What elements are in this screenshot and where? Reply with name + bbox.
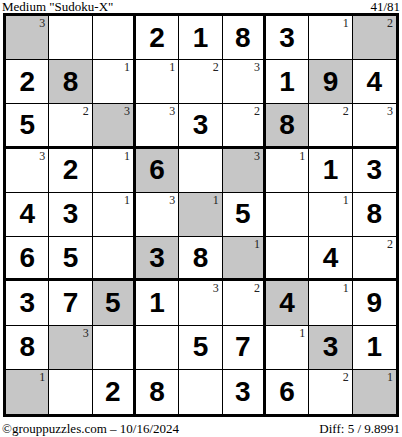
cell-r1c5[interactable]: 1 bbox=[179, 16, 222, 60]
cell-r7c5[interactable]: 3 bbox=[179, 281, 222, 325]
cell-r2c7[interactable]: 1 bbox=[266, 60, 309, 104]
pencil-mark: 2 bbox=[254, 105, 260, 117]
pencil-mark: 1 bbox=[343, 17, 349, 29]
given-digit: 1 bbox=[279, 68, 295, 96]
given-digit: 1 bbox=[323, 156, 339, 184]
given-digit: 5 bbox=[105, 289, 121, 317]
pencil-mark: 1 bbox=[39, 371, 45, 383]
given-digit: 3 bbox=[235, 378, 251, 406]
cell-r6c4[interactable]: 3 bbox=[136, 237, 179, 281]
given-digit: 5 bbox=[19, 111, 35, 139]
given-digit: 3 bbox=[149, 244, 165, 272]
given-digit: 3 bbox=[323, 333, 339, 361]
cell-r9c3[interactable]: 2 bbox=[93, 370, 136, 414]
pencil-mark: 3 bbox=[39, 17, 45, 29]
cell-r7c7[interactable]: 4 bbox=[266, 281, 309, 325]
pencil-mark: 1 bbox=[343, 194, 349, 206]
cell-r8c5[interactable]: 5 bbox=[179, 326, 222, 370]
pencil-mark: 1 bbox=[299, 150, 305, 162]
cell-r7c9[interactable]: 9 bbox=[353, 281, 396, 325]
cell-r3c3[interactable]: 3 bbox=[93, 104, 136, 148]
cell-r7c2[interactable]: 7 bbox=[49, 281, 92, 325]
cell-r9c8[interactable]: 2 bbox=[309, 370, 352, 414]
cell-r9c5[interactable] bbox=[179, 370, 222, 414]
cell-r3c9[interactable]: 3 bbox=[353, 104, 396, 148]
given-digit: 8 bbox=[63, 68, 79, 96]
pencil-mark: 2 bbox=[387, 238, 393, 250]
given-digit: 3 bbox=[367, 156, 383, 184]
cell-r9c6[interactable]: 3 bbox=[223, 370, 266, 414]
cell-r5c7[interactable] bbox=[266, 193, 309, 237]
given-digit: 5 bbox=[63, 244, 79, 272]
cell-r5c8[interactable]: 1 bbox=[309, 193, 352, 237]
cell-r6c1[interactable]: 6 bbox=[6, 237, 49, 281]
cell-r6c6[interactable]: 1 bbox=[223, 237, 266, 281]
given-digit: 4 bbox=[367, 68, 383, 96]
given-digit: 3 bbox=[63, 200, 79, 228]
cell-r9c1[interactable]: 1 bbox=[6, 370, 49, 414]
cell-r1c2[interactable] bbox=[49, 16, 92, 60]
cell-r3c5[interactable]: 3 bbox=[179, 104, 222, 148]
given-digit: 7 bbox=[63, 289, 79, 317]
cell-r1c7[interactable]: 3 bbox=[266, 16, 309, 60]
pencil-mark: 1 bbox=[343, 282, 349, 294]
pencil-mark: 1 bbox=[169, 61, 175, 73]
cell-r1c6[interactable]: 8 bbox=[223, 16, 266, 60]
cell-r2c8[interactable]: 9 bbox=[309, 60, 352, 104]
pencil-mark: 3 bbox=[39, 150, 45, 162]
difficulty-rating: Diff: 5 / 9.8991 bbox=[319, 421, 400, 436]
given-digit: 1 bbox=[367, 333, 383, 361]
pencil-mark: 1 bbox=[254, 238, 260, 250]
cell-r9c7[interactable]: 6 bbox=[266, 370, 309, 414]
cell-r1c8[interactable]: 1 bbox=[309, 16, 352, 60]
cell-r2c2[interactable]: 8 bbox=[49, 60, 92, 104]
given-digit: 3 bbox=[279, 24, 295, 52]
cell-r4c2[interactable]: 2 bbox=[49, 149, 92, 193]
cell-r3c2[interactable]: 2 bbox=[49, 104, 92, 148]
given-digit: 4 bbox=[323, 244, 339, 272]
cell-r6c8[interactable]: 4 bbox=[309, 237, 352, 281]
cell-r4c8[interactable]: 1 bbox=[309, 149, 352, 193]
sudoku-board: 3218312281123194523332823321631134313151… bbox=[3, 13, 399, 417]
cell-r5c1[interactable]: 4 bbox=[6, 193, 49, 237]
copyright-date: ©grouppuzzles.com – 10/16/2024 bbox=[2, 421, 179, 436]
cell-r4c1[interactable]: 3 bbox=[6, 149, 49, 193]
cell-r2c1[interactable]: 2 bbox=[6, 60, 49, 104]
given-digit: 2 bbox=[105, 378, 121, 406]
cell-r2c6[interactable]: 3 bbox=[223, 60, 266, 104]
cell-r5c9[interactable]: 8 bbox=[353, 193, 396, 237]
given-digit: 9 bbox=[367, 289, 383, 317]
cell-r9c4[interactable]: 8 bbox=[136, 370, 179, 414]
cell-r7c1[interactable]: 3 bbox=[6, 281, 49, 325]
given-digit: 6 bbox=[279, 378, 295, 406]
pencil-mark: 1 bbox=[124, 61, 130, 73]
pencil-mark: 3 bbox=[83, 327, 89, 339]
given-digit: 8 bbox=[279, 111, 295, 139]
pencil-mark: 2 bbox=[83, 105, 89, 117]
cell-r3c7[interactable]: 8 bbox=[266, 104, 309, 148]
cell-r5c5[interactable]: 1 bbox=[179, 193, 222, 237]
cell-r3c6[interactable]: 2 bbox=[223, 104, 266, 148]
given-digit: 6 bbox=[149, 156, 165, 184]
cell-r4c6[interactable]: 3 bbox=[223, 149, 266, 193]
cell-r6c5[interactable]: 8 bbox=[179, 237, 222, 281]
given-digit: 4 bbox=[279, 289, 295, 317]
cell-r8c9[interactable]: 1 bbox=[353, 326, 396, 370]
pencil-mark: 1 bbox=[299, 327, 305, 339]
header: Medium "Sudoku-X" 41/81 bbox=[0, 0, 402, 13]
cell-r4c4[interactable]: 6 bbox=[136, 149, 179, 193]
cell-r8c1[interactable]: 8 bbox=[6, 326, 49, 370]
cell-r6c3[interactable] bbox=[93, 237, 136, 281]
cell-r1c9[interactable]: 2 bbox=[353, 16, 396, 60]
given-digit: 3 bbox=[19, 289, 35, 317]
given-digit: 5 bbox=[193, 333, 209, 361]
puzzle-page: Medium "Sudoku-X" 41/81 3218312281123194… bbox=[0, 0, 402, 437]
pencil-mark: 2 bbox=[343, 105, 349, 117]
cell-r8c7[interactable]: 1 bbox=[266, 326, 309, 370]
cell-r8c3[interactable] bbox=[93, 326, 136, 370]
given-digit: 8 bbox=[235, 24, 251, 52]
cell-r2c5[interactable]: 2 bbox=[179, 60, 222, 104]
cell-r2c4[interactable]: 1 bbox=[136, 60, 179, 104]
cell-r6c2[interactable]: 5 bbox=[49, 237, 92, 281]
page-title: Medium "Sudoku-X" bbox=[2, 0, 113, 13]
cell-r7c3[interactable]: 5 bbox=[93, 281, 136, 325]
cell-r3c4[interactable]: 3 bbox=[136, 104, 179, 148]
cell-r5c2[interactable]: 3 bbox=[49, 193, 92, 237]
cell-r8c8[interactable]: 3 bbox=[309, 326, 352, 370]
given-digit: 8 bbox=[149, 378, 165, 406]
pencil-mark: 3 bbox=[213, 282, 219, 294]
pencil-mark: 2 bbox=[343, 371, 349, 383]
pencil-mark: 2 bbox=[213, 61, 219, 73]
given-digit: 8 bbox=[19, 333, 35, 361]
cell-r9c9[interactable]: 1 bbox=[353, 370, 396, 414]
given-digit: 8 bbox=[367, 200, 383, 228]
pencil-mark: 3 bbox=[387, 105, 393, 117]
cell-r7c8[interactable]: 1 bbox=[309, 281, 352, 325]
pencil-mark: 3 bbox=[169, 194, 175, 206]
cell-r4c9[interactable]: 3 bbox=[353, 149, 396, 193]
cell-r4c7[interactable]: 1 bbox=[266, 149, 309, 193]
given-digit: 7 bbox=[235, 333, 251, 361]
cell-r3c1[interactable]: 5 bbox=[6, 104, 49, 148]
given-digit: 2 bbox=[149, 24, 165, 52]
cell-r2c9[interactable]: 4 bbox=[353, 60, 396, 104]
cell-r6c7[interactable] bbox=[266, 237, 309, 281]
given-digit: 2 bbox=[19, 68, 35, 96]
cell-r8c6[interactable]: 7 bbox=[223, 326, 266, 370]
pencil-mark: 1 bbox=[124, 150, 130, 162]
given-digit: 8 bbox=[193, 244, 209, 272]
cell-r4c5[interactable] bbox=[179, 149, 222, 193]
pencil-mark: 2 bbox=[254, 282, 260, 294]
given-digit: 5 bbox=[235, 200, 251, 228]
cell-r4c3[interactable]: 1 bbox=[93, 149, 136, 193]
pencil-mark: 1 bbox=[124, 194, 130, 206]
cell-r9c2[interactable] bbox=[49, 370, 92, 414]
cell-r8c2[interactable]: 3 bbox=[49, 326, 92, 370]
pencil-mark: 3 bbox=[124, 105, 130, 117]
given-digit: 6 bbox=[19, 244, 35, 272]
given-digit: 2 bbox=[63, 156, 79, 184]
cell-r6c9[interactable]: 2 bbox=[353, 237, 396, 281]
cell-r8c4[interactable] bbox=[136, 326, 179, 370]
given-digit: 3 bbox=[193, 111, 209, 139]
pencil-mark: 3 bbox=[169, 105, 175, 117]
cell-r3c8[interactable]: 2 bbox=[309, 104, 352, 148]
pencil-mark: 3 bbox=[254, 150, 260, 162]
cell-r1c1[interactable]: 3 bbox=[6, 16, 49, 60]
pencil-mark: 1 bbox=[213, 194, 219, 206]
cell-r7c4[interactable]: 1 bbox=[136, 281, 179, 325]
given-digit: 1 bbox=[149, 289, 165, 317]
cell-r5c6[interactable]: 5 bbox=[223, 193, 266, 237]
cell-r5c3[interactable]: 1 bbox=[93, 193, 136, 237]
cell-r5c4[interactable]: 3 bbox=[136, 193, 179, 237]
footer: ©grouppuzzles.com – 10/16/2024 Diff: 5 /… bbox=[0, 420, 402, 436]
cell-r7c6[interactable]: 2 bbox=[223, 281, 266, 325]
given-digit: 4 bbox=[19, 200, 35, 228]
cell-r1c3[interactable] bbox=[93, 16, 136, 60]
pencil-mark: 2 bbox=[387, 17, 393, 29]
pencil-mark: 1 bbox=[387, 371, 393, 383]
cell-r1c4[interactable]: 2 bbox=[136, 16, 179, 60]
pencil-mark: 3 bbox=[254, 61, 260, 73]
cell-counter: 41/81 bbox=[370, 0, 400, 13]
cell-r2c3[interactable]: 1 bbox=[93, 60, 136, 104]
given-digit: 9 bbox=[323, 68, 339, 96]
given-digit: 1 bbox=[193, 24, 209, 52]
